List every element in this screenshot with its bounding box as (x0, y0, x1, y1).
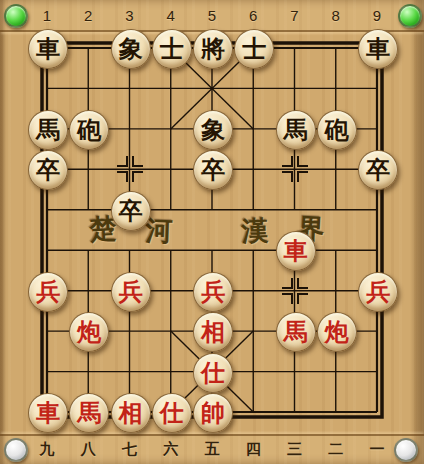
file-number-bottom-4: 六 (163, 440, 178, 459)
piece-black-chariot[interactable]: 車 (358, 29, 398, 69)
point-marker-corner (297, 171, 308, 182)
file-number-top-5: 5 (208, 7, 216, 24)
piece-red-horse[interactable]: 馬 (69, 393, 109, 433)
piece-black-cannon[interactable]: 砲 (69, 110, 109, 150)
piece-red-cannon[interactable]: 炮 (69, 312, 109, 352)
piece-red-soldier[interactable]: 兵 (111, 272, 151, 312)
bottom-right-indicator-led (394, 438, 418, 462)
point-marker-corner (297, 278, 308, 289)
piece-black-soldier[interactable]: 卒 (28, 150, 68, 190)
piece-red-cannon[interactable]: 炮 (317, 312, 357, 352)
piece-red-chariot[interactable]: 車 (28, 393, 68, 433)
piece-black-soldier[interactable]: 卒 (111, 191, 151, 231)
piece-red-soldier[interactable]: 兵 (193, 272, 233, 312)
point-marker-corner (282, 278, 293, 289)
file-number-top-7: 7 (290, 7, 298, 24)
piece-black-advisor[interactable]: 士 (152, 29, 192, 69)
file-number-bottom-8: 二 (328, 440, 343, 459)
file-number-top-1: 1 (43, 7, 51, 24)
piece-red-chariot[interactable]: 車 (276, 231, 316, 271)
file-number-top-8: 8 (332, 7, 340, 24)
piece-black-horse[interactable]: 馬 (28, 110, 68, 150)
point-marker (282, 156, 308, 182)
piece-red-general[interactable]: 帥 (193, 393, 233, 433)
piece-red-elephant[interactable]: 相 (111, 393, 151, 433)
file-number-bottom-3: 七 (122, 440, 137, 459)
point-marker-corner (282, 171, 293, 182)
piece-red-soldier[interactable]: 兵 (28, 272, 68, 312)
file-number-bottom-2: 八 (81, 440, 96, 459)
piece-black-elephant[interactable]: 象 (193, 110, 233, 150)
top-right-indicator-led (398, 4, 422, 28)
piece-black-elephant[interactable]: 象 (111, 29, 151, 69)
point-marker (117, 156, 143, 182)
point-marker-corner (132, 156, 143, 167)
point-marker-corner (282, 156, 293, 167)
point-marker-corner (117, 171, 128, 182)
point-marker-corner (297, 293, 308, 304)
point-marker-corner (282, 293, 293, 304)
file-number-bottom-9: 一 (370, 440, 385, 459)
piece-black-horse[interactable]: 馬 (276, 110, 316, 150)
piece-red-advisor[interactable]: 仕 (193, 353, 233, 393)
point-marker-corner (297, 156, 308, 167)
file-number-bottom-6: 四 (246, 440, 261, 459)
piece-black-soldier[interactable]: 卒 (358, 150, 398, 190)
piece-red-advisor[interactable]: 仕 (152, 393, 192, 433)
xiangqi-board: 123456789 九八七六五四三二一 楚 河 漢 界 車象士將士車馬砲象馬砲卒… (0, 0, 424, 464)
file-number-top-2: 2 (84, 7, 92, 24)
point-marker-corner (117, 156, 128, 167)
file-number-top-9: 9 (373, 7, 381, 24)
point-marker (282, 278, 308, 304)
top-left-indicator-led (4, 4, 28, 28)
piece-black-chariot[interactable]: 車 (28, 29, 68, 69)
piece-red-elephant[interactable]: 相 (193, 312, 233, 352)
file-number-bottom-5: 五 (205, 440, 220, 459)
bottom-left-indicator-led (4, 438, 28, 462)
piece-red-horse[interactable]: 馬 (276, 312, 316, 352)
piece-black-cannon[interactable]: 砲 (317, 110, 357, 150)
piece-red-soldier[interactable]: 兵 (358, 272, 398, 312)
piece-black-soldier[interactable]: 卒 (193, 150, 233, 190)
file-number-top-4: 4 (167, 7, 175, 24)
file-number-bottom-7: 三 (287, 440, 302, 459)
river-label-han: 漢 (241, 213, 269, 250)
piece-black-advisor[interactable]: 士 (234, 29, 274, 69)
file-number-top-6: 6 (249, 7, 257, 24)
file-number-top-3: 3 (125, 7, 133, 24)
point-marker-corner (132, 171, 143, 182)
piece-black-general[interactable]: 將 (193, 29, 233, 69)
file-number-bottom-1: 九 (40, 440, 55, 459)
